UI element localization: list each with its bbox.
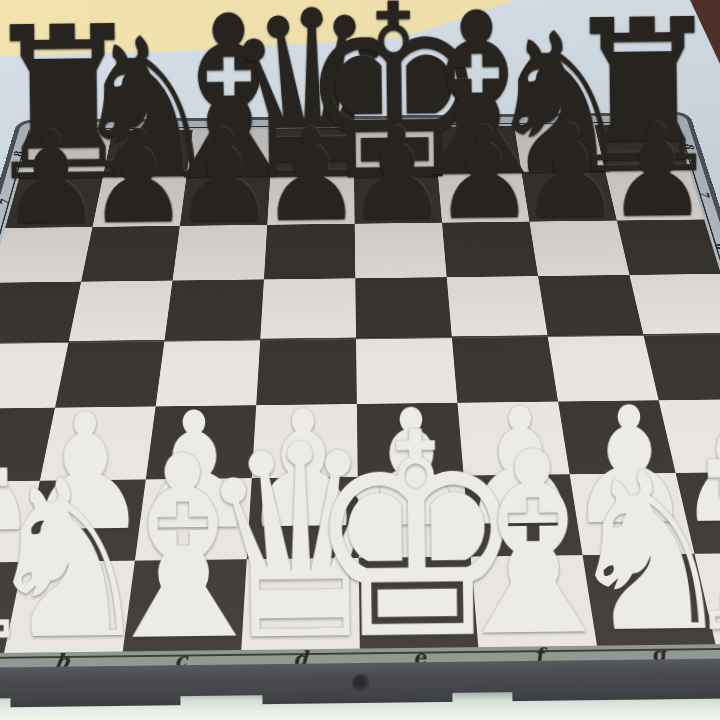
- black-pawn-h7[interactable]: ♟: [606, 107, 709, 236]
- pieces-layer: ♜♞♝♛♚♝♞♜♟♟♟♟♟♟♟♟♟♟♟♟♟♟♟♟♜♞♝♛♚♝♞♜: [0, 0, 720, 720]
- white-rook-h1[interactable]: ♜: [673, 430, 720, 665]
- chessboard-photo: abcdefgh 1122334455667788 ♜♞♝♛♚♝♞♜♟♟♟♟♟♟…: [0, 0, 720, 720]
- board-tilt-group: abcdefgh 1122334455667788 ♜♞♝♛♚♝♞♜♟♟♟♟♟♟…: [0, 0, 720, 720]
